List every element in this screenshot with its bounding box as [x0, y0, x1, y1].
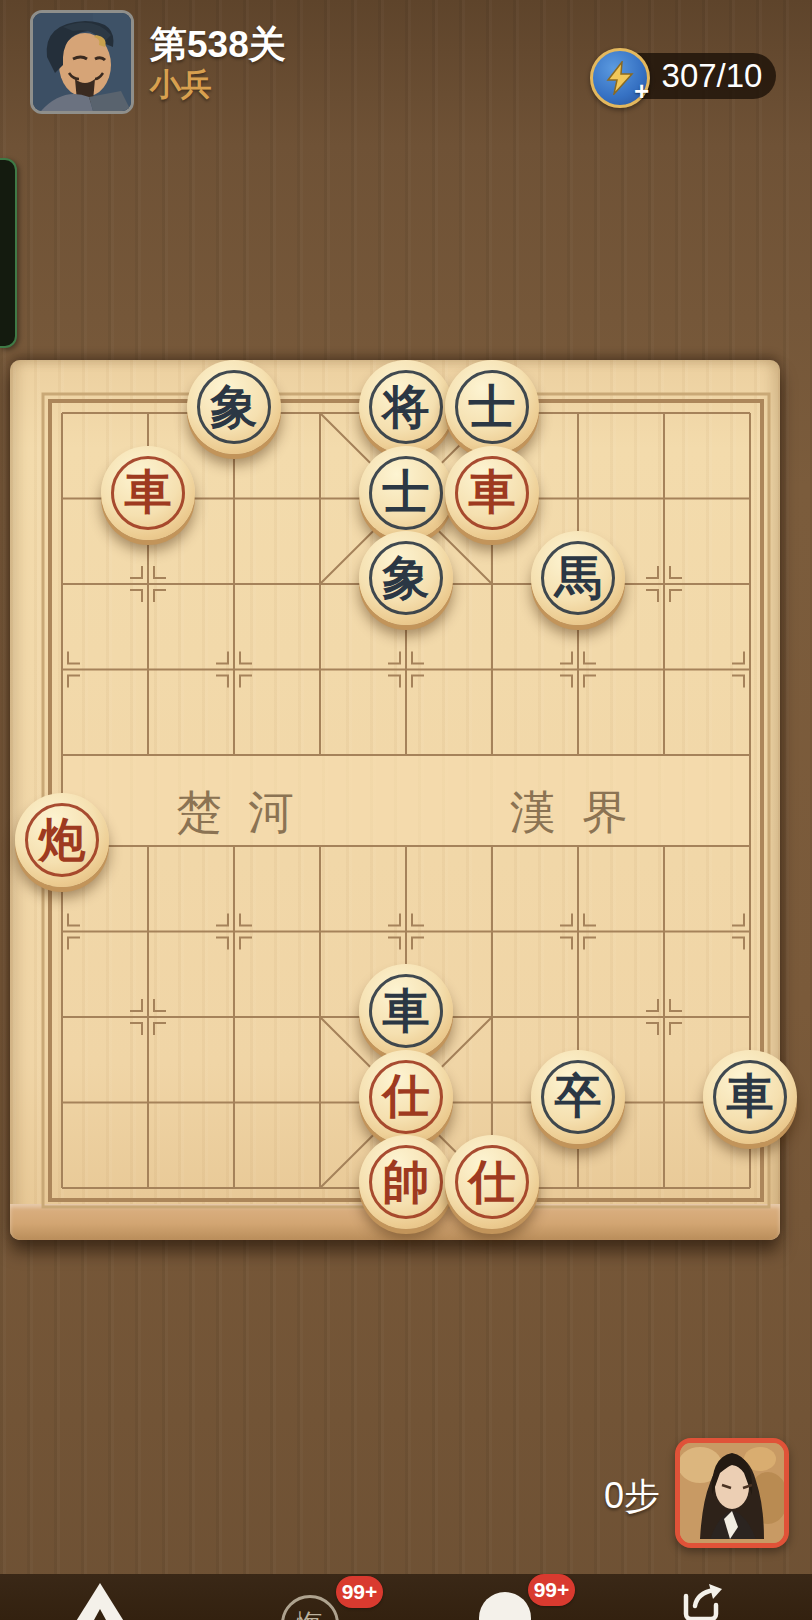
piece-glyph: 車 [703, 1050, 797, 1144]
piece-glyph: 車 [359, 964, 453, 1058]
piece-red-仕[interactable]: 仕 [359, 1050, 453, 1144]
piece-black-象[interactable]: 象 [187, 360, 281, 454]
side-drawer-handle[interactable] [0, 158, 17, 348]
piece-glyph: 士 [445, 360, 539, 454]
undo-char: 悔 [297, 1606, 324, 1620]
piece-glyph: 士 [359, 446, 453, 540]
piece-glyph: 象 [359, 531, 453, 625]
level-title: 第538关 [150, 20, 286, 70]
undo-icon[interactable]: 悔 [281, 1595, 339, 1620]
opponent-avatar-image [680, 1443, 784, 1543]
piece-glyph: 炮 [15, 793, 109, 887]
bottom-nav-bar: 悔 99+ 99+ [0, 1574, 812, 1620]
expand-up-icon[interactable] [68, 1583, 132, 1620]
piece-black-馬[interactable]: 馬 [531, 531, 625, 625]
piece-black-士[interactable]: 士 [445, 360, 539, 454]
opponent-avatar[interactable] [675, 1438, 789, 1548]
piece-red-車[interactable]: 車 [445, 446, 539, 540]
piece-glyph: 車 [101, 446, 195, 540]
piece-glyph: 馬 [531, 531, 625, 625]
player-avatar-image [33, 13, 131, 111]
piece-black-将[interactable]: 将 [359, 360, 453, 454]
move-counter: 0步 [500, 1472, 660, 1521]
piece-glyph: 象 [187, 360, 281, 454]
piece-glyph: 将 [359, 360, 453, 454]
piece-red-炮[interactable]: 炮 [15, 793, 109, 887]
piece-red-仕[interactable]: 仕 [445, 1135, 539, 1229]
level-subtitle: 小兵 [150, 64, 212, 106]
coin-icon[interactable] [479, 1592, 531, 1620]
piece-red-車[interactable]: 車 [101, 446, 195, 540]
piece-glyph: 仕 [359, 1050, 453, 1144]
piece-glyph: 帥 [359, 1135, 453, 1229]
piece-black-卒[interactable]: 卒 [531, 1050, 625, 1144]
player-avatar[interactable] [30, 10, 134, 114]
energy-count: 307/10 [654, 57, 770, 95]
undo-badge: 99+ [336, 1576, 383, 1608]
coin-badge: 99+ [528, 1574, 575, 1606]
piece-red-帥[interactable]: 帥 [359, 1135, 453, 1229]
energy-plus-icon: + [634, 76, 649, 107]
pieces-layer: 象将士車士車象馬炮車仕卒車帥仕 [10, 360, 780, 1240]
piece-black-車[interactable]: 車 [359, 964, 453, 1058]
game-screen: 第538关 小兵 307/10 + 楚河 漢界 象将士車士車象馬炮車仕卒車帥仕 … [0, 0, 812, 1620]
piece-glyph: 車 [445, 446, 539, 540]
piece-black-士[interactable]: 士 [359, 446, 453, 540]
piece-black-象[interactable]: 象 [359, 531, 453, 625]
share-icon[interactable] [676, 1582, 728, 1620]
piece-glyph: 卒 [531, 1050, 625, 1144]
piece-glyph: 仕 [445, 1135, 539, 1229]
piece-black-車[interactable]: 車 [703, 1050, 797, 1144]
